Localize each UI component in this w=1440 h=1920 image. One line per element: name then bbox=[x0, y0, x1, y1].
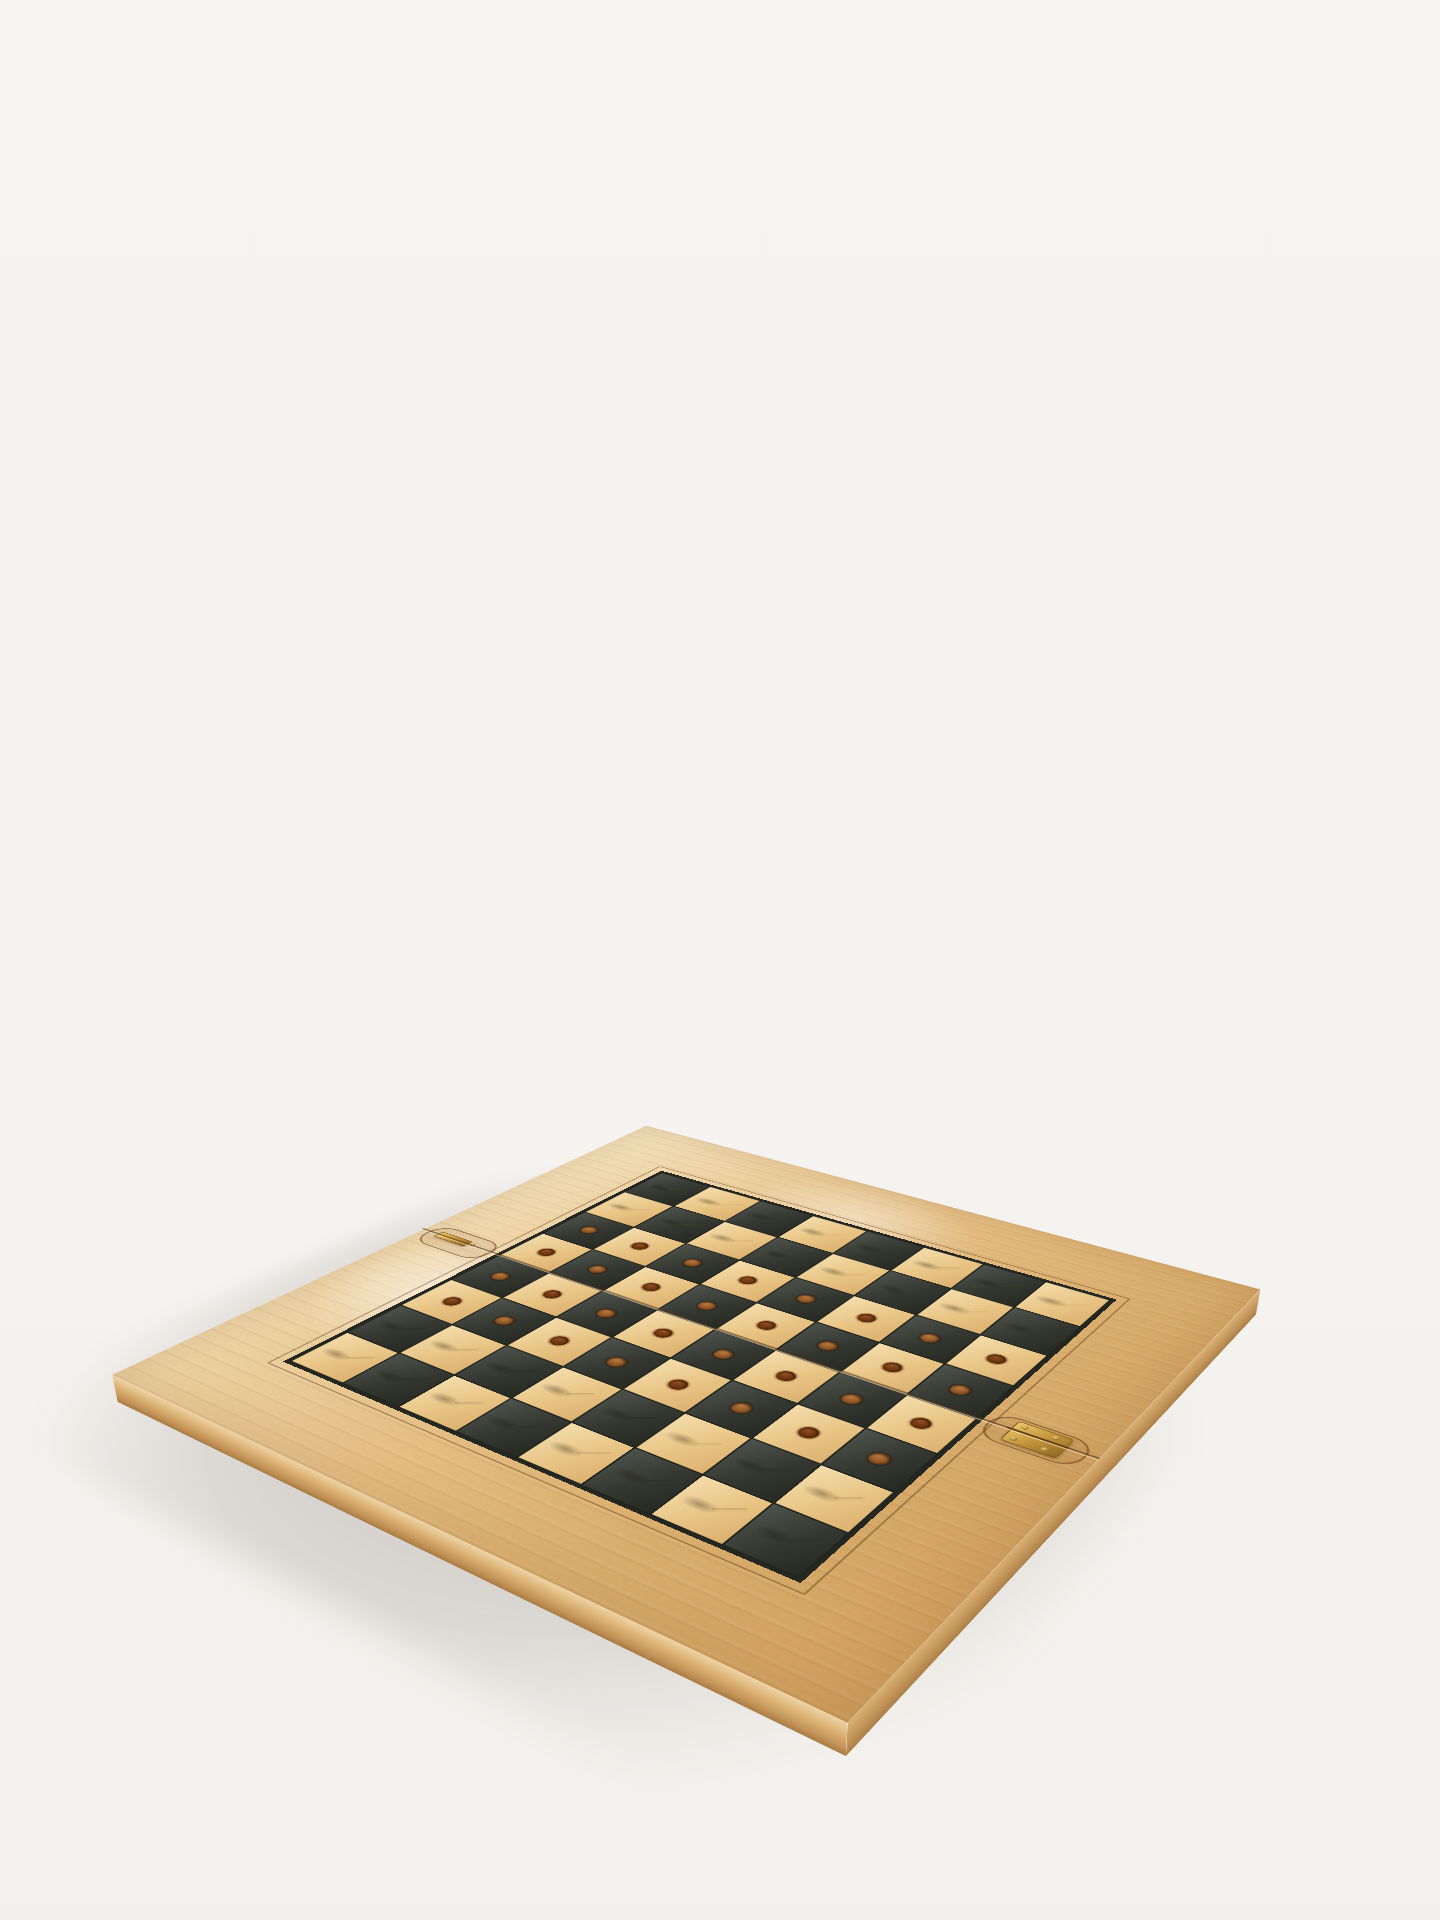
studio-background: ♜♞♝♛♚♝♞♜♟♟♟♟♟♟♟♟♟♟♟♟♟♟♟♟♜♞♝♛♚♝♞♜ bbox=[0, 0, 1440, 1920]
peg-hole bbox=[907, 1416, 936, 1431]
peg-hole bbox=[854, 1312, 880, 1324]
peg-hole bbox=[585, 1264, 610, 1275]
peg-hole bbox=[694, 1300, 720, 1312]
peg-hole bbox=[946, 1383, 974, 1397]
peg-hole bbox=[917, 1332, 943, 1345]
peg-hole bbox=[534, 1247, 558, 1257]
peg-hole bbox=[793, 1293, 818, 1305]
peg-hole bbox=[814, 1340, 841, 1353]
peg-hole bbox=[753, 1319, 779, 1331]
peg-hole bbox=[879, 1361, 906, 1375]
travel-chess-set: ♜♞♝♛♚♝♞♜♟♟♟♟♟♟♟♟♟♟♟♟♟♟♟♟♜♞♝♛♚♝♞♜ bbox=[112, 1126, 1260, 1723]
peg-hole bbox=[735, 1275, 760, 1286]
peg-hole bbox=[628, 1241, 652, 1251]
peg-hole bbox=[577, 1225, 601, 1235]
peg-hole bbox=[680, 1258, 705, 1269]
peg-hole bbox=[983, 1353, 1010, 1366]
peg-hole bbox=[638, 1282, 663, 1293]
